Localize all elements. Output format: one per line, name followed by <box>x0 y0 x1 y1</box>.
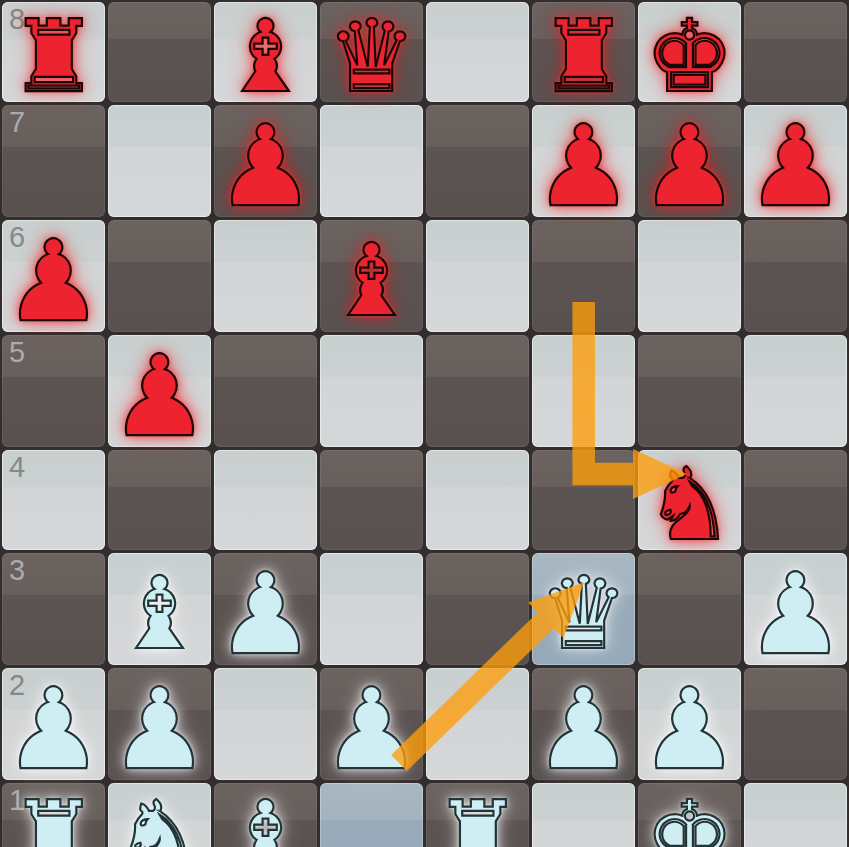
square-b1[interactable]: b♞ <box>108 783 211 847</box>
square-a6[interactable]: 6♟ <box>2 220 105 332</box>
square-f2[interactable]: ♟ <box>532 668 635 780</box>
square-g8[interactable]: ♚ <box>638 2 741 102</box>
square-a7[interactable]: 7 <box>2 105 105 217</box>
square-g7[interactable]: ♟ <box>638 105 741 217</box>
square-c1[interactable]: c♝ <box>214 783 317 847</box>
piece-white-knight-b1[interactable]: ♞ <box>108 788 211 847</box>
square-e4[interactable] <box>426 450 529 550</box>
piece-red-bishop-c8[interactable]: ♝ <box>214 7 317 107</box>
square-d4[interactable] <box>320 450 423 550</box>
square-d5[interactable] <box>320 335 423 447</box>
piece-white-pawn-a2[interactable]: ♟ <box>2 673 105 785</box>
square-h7[interactable]: ♟ <box>744 105 847 217</box>
square-a3[interactable]: 3 <box>2 553 105 665</box>
piece-red-pawn-c7[interactable]: ♟ <box>214 110 317 222</box>
square-h3[interactable]: ♟ <box>744 553 847 665</box>
piece-red-pawn-h7[interactable]: ♟ <box>744 110 847 222</box>
square-e7[interactable] <box>426 105 529 217</box>
chess-board-screenshot: 8♜♝♛♜♚7♟♟♟♟6♟♝5♟4♞3♝♟♛♟2♟♟♟♟♟1a♜b♞c♝de♜f… <box>0 0 849 847</box>
square-d8[interactable]: ♛ <box>320 2 423 102</box>
square-h6[interactable] <box>744 220 847 332</box>
square-c5[interactable] <box>214 335 317 447</box>
square-a8[interactable]: 8♜ <box>2 2 105 102</box>
square-d7[interactable] <box>320 105 423 217</box>
square-b3[interactable]: ♝ <box>108 553 211 665</box>
square-h1[interactable]: h <box>744 783 847 847</box>
square-e3[interactable] <box>426 553 529 665</box>
square-e6[interactable] <box>426 220 529 332</box>
square-b2[interactable]: ♟ <box>108 668 211 780</box>
square-c8[interactable]: ♝ <box>214 2 317 102</box>
piece-white-pawn-g2[interactable]: ♟ <box>638 673 741 785</box>
piece-white-queen-f3[interactable]: ♛ <box>532 558 635 670</box>
piece-white-pawn-c3[interactable]: ♟ <box>214 558 317 670</box>
square-g6[interactable] <box>638 220 741 332</box>
piece-white-rook-e1[interactable]: ♜ <box>426 788 529 847</box>
square-g3[interactable] <box>638 553 741 665</box>
square-h8[interactable] <box>744 2 847 102</box>
square-e5[interactable] <box>426 335 529 447</box>
piece-red-pawn-f7[interactable]: ♟ <box>532 110 635 222</box>
square-d6[interactable]: ♝ <box>320 220 423 332</box>
square-h2[interactable] <box>744 668 847 780</box>
square-c2[interactable] <box>214 668 317 780</box>
piece-red-rook-f8[interactable]: ♜ <box>532 7 635 107</box>
piece-white-bishop-b3[interactable]: ♝ <box>108 558 211 670</box>
square-d2[interactable]: ♟ <box>320 668 423 780</box>
rank-label-4: 4 <box>9 453 25 482</box>
square-g1[interactable]: g♚ <box>638 783 741 847</box>
chess-board: 8♜♝♛♜♚7♟♟♟♟6♟♝5♟4♞3♝♟♛♟2♟♟♟♟♟1a♜b♞c♝de♜f… <box>0 0 849 847</box>
square-f3[interactable]: ♛ <box>532 553 635 665</box>
square-f6[interactable] <box>532 220 635 332</box>
square-e1[interactable]: e♜ <box>426 783 529 847</box>
square-e2[interactable] <box>426 668 529 780</box>
square-c3[interactable]: ♟ <box>214 553 317 665</box>
square-a4[interactable]: 4 <box>2 450 105 550</box>
square-c6[interactable] <box>214 220 317 332</box>
piece-red-pawn-g7[interactable]: ♟ <box>638 110 741 222</box>
square-h4[interactable] <box>744 450 847 550</box>
square-c7[interactable]: ♟ <box>214 105 317 217</box>
piece-white-bishop-c1[interactable]: ♝ <box>214 788 317 847</box>
piece-red-knight-g4[interactable]: ♞ <box>638 455 741 555</box>
piece-red-rook-a8[interactable]: ♜ <box>2 7 105 107</box>
square-a2[interactable]: 2♟ <box>2 668 105 780</box>
square-d3[interactable] <box>320 553 423 665</box>
piece-red-king-g8[interactable]: ♚ <box>638 7 741 107</box>
square-a5[interactable]: 5 <box>2 335 105 447</box>
piece-white-pawn-d2[interactable]: ♟ <box>320 673 423 785</box>
piece-white-pawn-f2[interactable]: ♟ <box>532 673 635 785</box>
rank-label-3: 3 <box>9 556 25 585</box>
piece-red-queen-d8[interactable]: ♛ <box>320 7 423 107</box>
piece-red-pawn-b5[interactable]: ♟ <box>108 340 211 452</box>
square-b7[interactable] <box>108 105 211 217</box>
piece-white-king-g1[interactable]: ♚ <box>638 788 741 847</box>
square-e8[interactable] <box>426 2 529 102</box>
piece-white-rook-a1[interactable]: ♜ <box>2 788 105 847</box>
square-b5[interactable]: ♟ <box>108 335 211 447</box>
square-c4[interactable] <box>214 450 317 550</box>
square-g4[interactable]: ♞ <box>638 450 741 550</box>
square-f7[interactable]: ♟ <box>532 105 635 217</box>
piece-red-pawn-a6[interactable]: ♟ <box>2 225 105 337</box>
square-b8[interactable] <box>108 2 211 102</box>
square-g5[interactable] <box>638 335 741 447</box>
square-f8[interactable]: ♜ <box>532 2 635 102</box>
piece-white-pawn-h3[interactable]: ♟ <box>744 558 847 670</box>
square-f5[interactable] <box>532 335 635 447</box>
piece-red-bishop-d6[interactable]: ♝ <box>320 225 423 337</box>
piece-white-pawn-b2[interactable]: ♟ <box>108 673 211 785</box>
square-b4[interactable] <box>108 450 211 550</box>
square-a1[interactable]: 1a♜ <box>2 783 105 847</box>
square-g2[interactable]: ♟ <box>638 668 741 780</box>
square-h5[interactable] <box>744 335 847 447</box>
square-f4[interactable] <box>532 450 635 550</box>
square-b6[interactable] <box>108 220 211 332</box>
